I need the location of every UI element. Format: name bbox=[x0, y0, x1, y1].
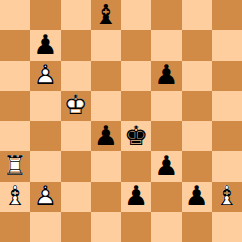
square-d3[interactable] bbox=[91, 151, 121, 181]
black-pawn-icon[interactable]: ♟ bbox=[30, 30, 60, 60]
square-b7[interactable]: ♟ bbox=[30, 30, 60, 60]
black-pawn-icon[interactable]: ♟ bbox=[121, 182, 151, 212]
square-b5[interactable] bbox=[30, 91, 60, 121]
piece-outline-layer: ♙ bbox=[30, 182, 60, 212]
square-d7[interactable] bbox=[91, 30, 121, 60]
square-a1[interactable] bbox=[0, 212, 30, 242]
square-c1[interactable] bbox=[61, 212, 91, 242]
piece-outline-layer: ♗ bbox=[0, 182, 30, 212]
square-f3[interactable]: ♟ bbox=[151, 151, 181, 181]
square-f5[interactable] bbox=[151, 91, 181, 121]
square-h4[interactable] bbox=[212, 121, 242, 151]
black-king-icon[interactable]: ♚ bbox=[121, 121, 151, 151]
square-g8[interactable] bbox=[182, 0, 212, 30]
black-pawn-icon[interactable]: ♟ bbox=[151, 151, 181, 181]
square-a4[interactable] bbox=[0, 121, 30, 151]
piece-fill-layer: ♚ bbox=[121, 121, 151, 151]
piece-fill-layer: ♟ bbox=[151, 61, 181, 91]
square-h7[interactable] bbox=[212, 30, 242, 60]
square-e2[interactable]: ♟ bbox=[121, 182, 151, 212]
square-h5[interactable] bbox=[212, 91, 242, 121]
piece-outline-layer: ♗ bbox=[212, 182, 242, 212]
black-pawn-icon[interactable]: ♟ bbox=[182, 182, 212, 212]
square-e7[interactable] bbox=[121, 30, 151, 60]
white-king-icon[interactable]: ♚♔ bbox=[61, 91, 91, 121]
square-h3[interactable] bbox=[212, 151, 242, 181]
square-g6[interactable] bbox=[182, 61, 212, 91]
square-b1[interactable] bbox=[30, 212, 60, 242]
square-e5[interactable] bbox=[121, 91, 151, 121]
black-pawn-icon[interactable]: ♟ bbox=[151, 61, 181, 91]
square-b3[interactable] bbox=[30, 151, 60, 181]
piece-fill-layer: ♝ bbox=[91, 0, 121, 30]
square-g5[interactable] bbox=[182, 91, 212, 121]
square-f1[interactable] bbox=[151, 212, 181, 242]
square-g4[interactable] bbox=[182, 121, 212, 151]
square-c7[interactable] bbox=[61, 30, 91, 60]
chess-board-window: ♝♟♟♙♟♚♔♟♚♜♖♟♝♗♟♙♟♟♝♗ bbox=[0, 0, 242, 242]
square-b4[interactable] bbox=[30, 121, 60, 151]
piece-fill-layer: ♟ bbox=[121, 182, 151, 212]
black-pawn-icon[interactable]: ♟ bbox=[91, 121, 121, 151]
square-e6[interactable] bbox=[121, 61, 151, 91]
square-c8[interactable] bbox=[61, 0, 91, 30]
white-bishop-icon[interactable]: ♝♗ bbox=[212, 182, 242, 212]
square-b6[interactable]: ♟♙ bbox=[30, 61, 60, 91]
piece-outline-layer: ♖ bbox=[0, 151, 30, 181]
square-a5[interactable] bbox=[0, 91, 30, 121]
square-d4[interactable]: ♟ bbox=[91, 121, 121, 151]
square-e4[interactable]: ♚ bbox=[121, 121, 151, 151]
square-a8[interactable] bbox=[0, 0, 30, 30]
square-a2[interactable]: ♝♗ bbox=[0, 182, 30, 212]
white-pawn-icon[interactable]: ♟♙ bbox=[30, 182, 60, 212]
square-a7[interactable] bbox=[0, 30, 30, 60]
square-a6[interactable] bbox=[0, 61, 30, 91]
square-d8[interactable]: ♝ bbox=[91, 0, 121, 30]
piece-fill-layer: ♟ bbox=[91, 121, 121, 151]
square-f6[interactable]: ♟ bbox=[151, 61, 181, 91]
square-d2[interactable] bbox=[91, 182, 121, 212]
square-d5[interactable] bbox=[91, 91, 121, 121]
square-g3[interactable] bbox=[182, 151, 212, 181]
square-c2[interactable] bbox=[61, 182, 91, 212]
square-c4[interactable] bbox=[61, 121, 91, 151]
square-f2[interactable] bbox=[151, 182, 181, 212]
piece-fill-layer: ♟ bbox=[30, 30, 60, 60]
square-f7[interactable] bbox=[151, 30, 181, 60]
square-c6[interactable] bbox=[61, 61, 91, 91]
square-e3[interactable] bbox=[121, 151, 151, 181]
piece-fill-layer: ♟ bbox=[151, 151, 181, 181]
square-c5[interactable]: ♚♔ bbox=[61, 91, 91, 121]
square-g7[interactable] bbox=[182, 30, 212, 60]
chess-board: ♝♟♟♙♟♚♔♟♚♜♖♟♝♗♟♙♟♟♝♗ bbox=[0, 0, 242, 242]
black-bishop-icon[interactable]: ♝ bbox=[91, 0, 121, 30]
square-b8[interactable] bbox=[30, 0, 60, 30]
square-f4[interactable] bbox=[151, 121, 181, 151]
piece-fill-layer: ♟ bbox=[182, 182, 212, 212]
square-h8[interactable] bbox=[212, 0, 242, 30]
piece-outline-layer: ♙ bbox=[30, 61, 60, 91]
white-pawn-icon[interactable]: ♟♙ bbox=[30, 61, 60, 91]
square-d1[interactable] bbox=[91, 212, 121, 242]
square-b2[interactable]: ♟♙ bbox=[30, 182, 60, 212]
square-f8[interactable] bbox=[151, 0, 181, 30]
square-e1[interactable] bbox=[121, 212, 151, 242]
square-g2[interactable]: ♟ bbox=[182, 182, 212, 212]
square-a3[interactable]: ♜♖ bbox=[0, 151, 30, 181]
square-g1[interactable] bbox=[182, 212, 212, 242]
square-e8[interactable] bbox=[121, 0, 151, 30]
white-rook-icon[interactable]: ♜♖ bbox=[0, 151, 30, 181]
piece-outline-layer: ♔ bbox=[61, 91, 91, 121]
square-d6[interactable] bbox=[91, 61, 121, 91]
square-c3[interactable] bbox=[61, 151, 91, 181]
square-h1[interactable] bbox=[212, 212, 242, 242]
square-h6[interactable] bbox=[212, 61, 242, 91]
square-h2[interactable]: ♝♗ bbox=[212, 182, 242, 212]
white-bishop-icon[interactable]: ♝♗ bbox=[0, 182, 30, 212]
